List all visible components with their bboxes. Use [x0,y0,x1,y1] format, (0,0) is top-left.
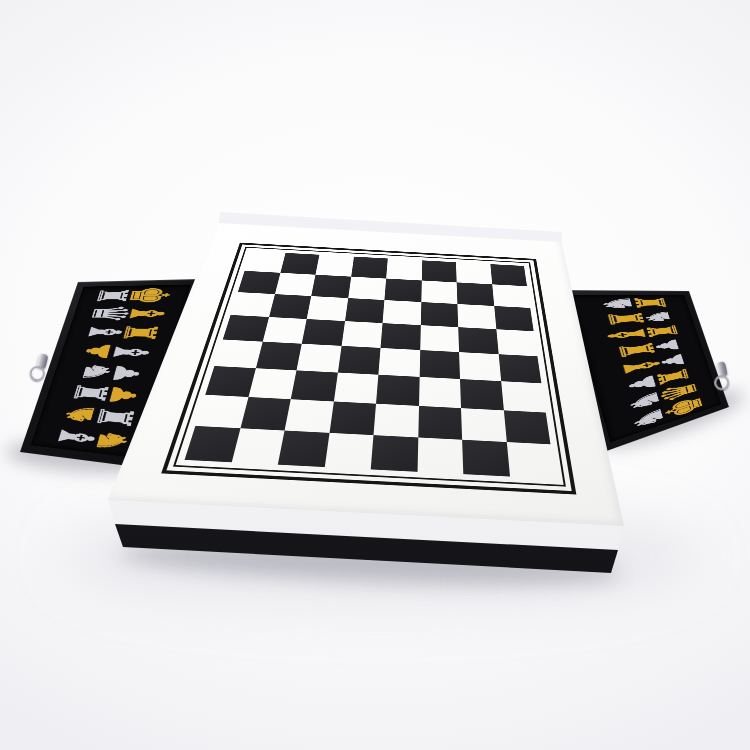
square-e7 [384,279,421,302]
piece-row-2: ♛♝ [71,305,187,323]
square-d7 [348,277,386,300]
square-h7 [492,284,530,308]
square-h1 [506,442,555,479]
square-f5 [420,325,459,352]
square-c4 [296,344,341,373]
square-f7 [421,280,457,304]
square-e3 [376,375,419,406]
square-d2 [329,401,376,435]
piece-row-1: ♜♚ [77,286,192,304]
square-e2 [373,404,418,438]
square-f6 [420,302,458,327]
silver-knight-piece: ♞ [642,310,673,324]
square-d3 [333,373,378,404]
gold-pawn-piece: ♟ [106,384,140,405]
square-e4 [378,348,419,377]
square-b8 [280,253,319,275]
square-h6 [494,306,534,331]
square-b4 [255,342,301,371]
square-h3 [501,381,546,412]
square-d5 [341,321,382,348]
bishop-glyph: ♝ [105,342,157,363]
king-glyph: ♚ [121,286,178,304]
square-h2 [503,410,550,444]
gold-knight-piece: ♞ [93,429,131,454]
square-f8 [421,260,456,282]
square-b7 [275,273,316,296]
square-f3 [419,377,461,408]
pawn-glyph: ♟ [107,362,145,384]
square-a6 [231,292,275,317]
square-c3 [291,370,338,401]
square-b1 [231,428,284,464]
square-a4 [214,340,262,369]
gold-rook-piece: ♜ [121,324,160,342]
square-c7 [311,275,351,298]
silver-rook-piece: ♜ [94,406,136,429]
square-e5 [381,323,421,350]
square-c6 [307,296,348,321]
chess-board [185,251,556,479]
square-d1 [324,433,373,470]
gold-bishop-piece: ♝ [127,305,167,322]
square-h5 [496,329,537,356]
square-a5 [223,315,269,342]
gold-rook-piece: ♜ [633,296,668,309]
square-e8 [386,258,422,280]
square-f4 [419,350,460,379]
square-c5 [302,319,345,346]
square-g3 [460,379,503,410]
square-f1 [417,437,463,474]
square-h8 [490,264,527,286]
square-a3 [205,366,255,397]
square-d8 [351,257,388,279]
square-d4 [337,346,380,375]
square-b2 [240,397,291,431]
square-e1 [371,435,418,472]
pawn-glyph: ♟ [103,383,142,407]
bishop-glyph: ♝ [122,304,172,323]
square-a7 [238,271,280,294]
product-photo: ♜♚♛♝♝♜♟♝♞♟♜♟♞♜♝♞ ♞♜♜♞♝♜♜♟♝♟♟♜♞♛♞♚ [0,0,750,750]
square-c8 [315,255,353,277]
square-h4 [498,354,541,383]
square-g8 [456,262,492,284]
square-g4 [459,352,501,381]
square-g2 [461,408,506,442]
square-b3 [248,368,296,399]
piece-row-3: ♝♜ [65,323,183,343]
rook-glyph: ♜ [116,323,164,343]
rook-glyph: ♜ [629,296,673,311]
square-e6 [383,300,421,325]
square-b6 [269,294,312,319]
square-g5 [458,327,498,354]
square-g1 [462,440,509,477]
square-b5 [262,317,306,344]
silver-bishop-piece: ♝ [110,343,151,362]
silver-pawn-piece: ♟ [109,363,142,383]
square-g7 [457,282,494,306]
square-a8 [245,251,286,273]
square-g6 [457,304,496,329]
square-c1 [278,431,329,468]
gold-king-piece: ♚ [127,287,171,303]
square-f2 [418,406,462,440]
square-d6 [345,298,385,323]
square-c2 [285,399,334,433]
